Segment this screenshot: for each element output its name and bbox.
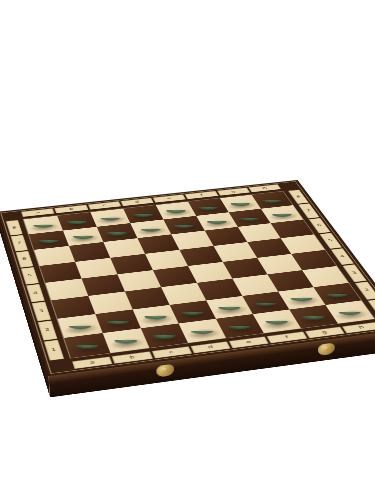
file-label-h: h	[342, 322, 375, 333]
rank-label-2: 2	[38, 320, 58, 340]
brass-clasp-right	[317, 343, 334, 356]
rank-label-1: 1	[44, 340, 64, 361]
piece-glyph: ♟	[170, 194, 198, 225]
piece-glyph: ♜	[66, 299, 107, 345]
brass-clasp-left	[157, 364, 174, 378]
pieces-layer: ♜♞♝♛♚♝♞♜♟♟♟♟♟♟♟♟♟♟♟♟♟♟♟♟♜♞♝♛♚♝♞♜	[24, 191, 375, 358]
piece-glyph: ♟	[34, 208, 63, 240]
piece-glyph: ♟	[268, 183, 296, 214]
rank-label-8: 8	[6, 220, 23, 236]
piece-cell-c1: ♝	[141, 323, 188, 347]
rank-label-7: 7	[298, 203, 319, 218]
piece-cell-a6	[34, 246, 75, 266]
piece-cell-a1: ♜	[64, 333, 110, 358]
piece-glyph: ♟	[236, 187, 264, 218]
rank-label-7: 7	[11, 235, 28, 251]
rank-label-4: 4	[26, 284, 45, 302]
piece-glyph: ♜	[330, 267, 370, 311]
rank-label-3: 3	[32, 302, 51, 321]
chessboard: abcdefgh abcdefgh 87654321 87654321 ♜♞♝♛…	[0, 180, 375, 375]
piece-glyph: ♞	[104, 292, 147, 340]
piece-glyph: ♟	[203, 190, 231, 221]
rank-label-5: 5	[21, 267, 39, 285]
photo-scene: abcdefgh abcdefgh 87654321 87654321 ♜♞♝♛…	[0, 0, 375, 500]
piece-glyph: ♝	[141, 283, 188, 335]
piece-glyph: ♟	[69, 204, 97, 236]
rank-label-6: 6	[16, 251, 34, 268]
piece-cell-b1: ♞	[103, 328, 150, 353]
product-photo: abcdefgh abcdefgh 87654321 87654321 ♜♞♝♛…	[0, 0, 375, 500]
piece-glyph: ♟	[137, 197, 165, 228]
piece-glyph: ♟	[103, 201, 131, 233]
